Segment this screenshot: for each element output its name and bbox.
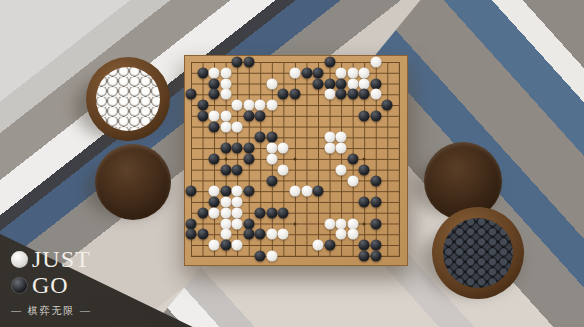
stone-black (243, 57, 254, 68)
stone-black (347, 154, 358, 165)
stone-white (336, 67, 347, 78)
stone-white (336, 143, 347, 154)
stone-black (243, 186, 254, 197)
stone-black (359, 110, 370, 121)
stone-black (370, 78, 381, 89)
stone-white (313, 240, 324, 251)
stone-black (370, 197, 381, 208)
stone-black (220, 164, 231, 175)
stone-white (290, 186, 301, 197)
stone-white (266, 154, 277, 165)
stone-white (290, 67, 301, 78)
stone-white (220, 110, 231, 121)
brand-logo: JUST GO — 棋弈无限 — (11, 246, 141, 318)
stone-white (220, 121, 231, 132)
black-stone-icon (11, 277, 28, 294)
stone-white (266, 100, 277, 111)
stone-black (266, 207, 277, 218)
hoshi-point (224, 158, 227, 161)
stone-black (313, 78, 324, 89)
stone-black (370, 175, 381, 186)
stone-black (255, 251, 266, 262)
stone-black (301, 67, 312, 78)
stone-white (220, 197, 231, 208)
stone-white (324, 89, 335, 100)
stone-white (359, 78, 370, 89)
stone-black (278, 207, 289, 218)
stone-black (220, 240, 231, 251)
bowl-black-stones (432, 207, 524, 299)
stone-black (370, 218, 381, 229)
stone-white (209, 240, 220, 251)
stone-white (324, 132, 335, 143)
brand-row-go: GO (11, 272, 141, 298)
stone-white (324, 218, 335, 229)
stone-black (197, 100, 208, 111)
stone-white (232, 207, 243, 218)
go-board[interactable] (184, 55, 408, 266)
stone-white (347, 175, 358, 186)
stone-black (220, 186, 231, 197)
stone-white (220, 207, 231, 218)
stone-white (255, 100, 266, 111)
stage: JUST GO — 棋弈无限 — (0, 0, 584, 327)
stone-white (301, 186, 312, 197)
stone-white (347, 67, 358, 78)
stone-white (232, 197, 243, 208)
stone-black (370, 110, 381, 121)
stone-black (209, 121, 220, 132)
stone-white (336, 218, 347, 229)
stone-white (370, 89, 381, 100)
stone-white (266, 78, 277, 89)
stone-black (313, 67, 324, 78)
stone-white (347, 218, 358, 229)
stone-black (370, 251, 381, 262)
stone-black (255, 110, 266, 121)
brand-title-just: JUST (32, 247, 91, 271)
stone-black (197, 110, 208, 121)
stone-black (186, 186, 197, 197)
stone-black (313, 186, 324, 197)
stone-black (359, 89, 370, 100)
stone-white (220, 67, 231, 78)
stone-black (336, 78, 347, 89)
hoshi-point (363, 222, 366, 225)
stone-white (278, 164, 289, 175)
stone-black (197, 67, 208, 78)
stone-black (266, 175, 277, 186)
stone-black (359, 197, 370, 208)
stone-white (232, 218, 243, 229)
stone-black (324, 57, 335, 68)
stone-black (220, 143, 231, 154)
stone-white (278, 143, 289, 154)
stone-black (266, 132, 277, 143)
stone-black (324, 78, 335, 89)
brand-row-just: JUST (11, 246, 141, 272)
hoshi-point (363, 158, 366, 161)
black-stones-pile (443, 218, 513, 288)
stone-white (209, 67, 220, 78)
stone-black (197, 207, 208, 218)
stone-white (359, 67, 370, 78)
stone-black (197, 229, 208, 240)
hoshi-point (294, 222, 297, 225)
stone-white (243, 100, 254, 111)
stone-white (220, 229, 231, 240)
stone-black (209, 197, 220, 208)
stone-white (220, 218, 231, 229)
stone-white (209, 186, 220, 197)
white-stones-pile (96, 67, 160, 131)
stone-black (255, 132, 266, 143)
stone-black (243, 154, 254, 165)
stone-black (278, 89, 289, 100)
stone-black (209, 78, 220, 89)
stone-white (347, 78, 358, 89)
stone-black (209, 154, 220, 165)
stone-white (220, 89, 231, 100)
bowl-lid-left (95, 144, 171, 220)
stone-white (232, 100, 243, 111)
stone-white (336, 132, 347, 143)
brand-title-go: GO (32, 273, 69, 297)
stone-black (359, 251, 370, 262)
stone-white (232, 186, 243, 197)
stone-black (232, 164, 243, 175)
stone-white (324, 143, 335, 154)
white-stone-icon (11, 251, 28, 268)
stone-black (290, 89, 301, 100)
stone-black (186, 89, 197, 100)
stone-white (347, 229, 358, 240)
stone-black (209, 89, 220, 100)
stone-white (209, 207, 220, 218)
bowl-white-stones (86, 57, 170, 141)
stone-black (243, 110, 254, 121)
stone-black (359, 240, 370, 251)
stone-black (232, 57, 243, 68)
stone-white (336, 229, 347, 240)
stone-black (370, 240, 381, 251)
stone-white (266, 229, 277, 240)
stone-black (382, 100, 393, 111)
stone-black (324, 240, 335, 251)
stone-black (255, 229, 266, 240)
stone-black (359, 164, 370, 175)
stone-white (336, 164, 347, 175)
stone-white (232, 121, 243, 132)
hoshi-point (294, 158, 297, 161)
stone-black (243, 229, 254, 240)
stone-white (266, 251, 277, 262)
stone-black (186, 218, 197, 229)
stone-black (255, 207, 266, 218)
stone-white (278, 229, 289, 240)
brand-tagline: — 棋弈无限 — (11, 304, 141, 318)
stone-white (370, 57, 381, 68)
stone-white (209, 110, 220, 121)
stone-white (220, 78, 231, 89)
board-grid[interactable] (191, 62, 400, 257)
stone-black (186, 229, 197, 240)
stone-black (347, 89, 358, 100)
stone-black (232, 143, 243, 154)
stone-white (232, 240, 243, 251)
stone-white (266, 143, 277, 154)
stone-black (243, 143, 254, 154)
stone-black (336, 89, 347, 100)
stone-black (243, 218, 254, 229)
